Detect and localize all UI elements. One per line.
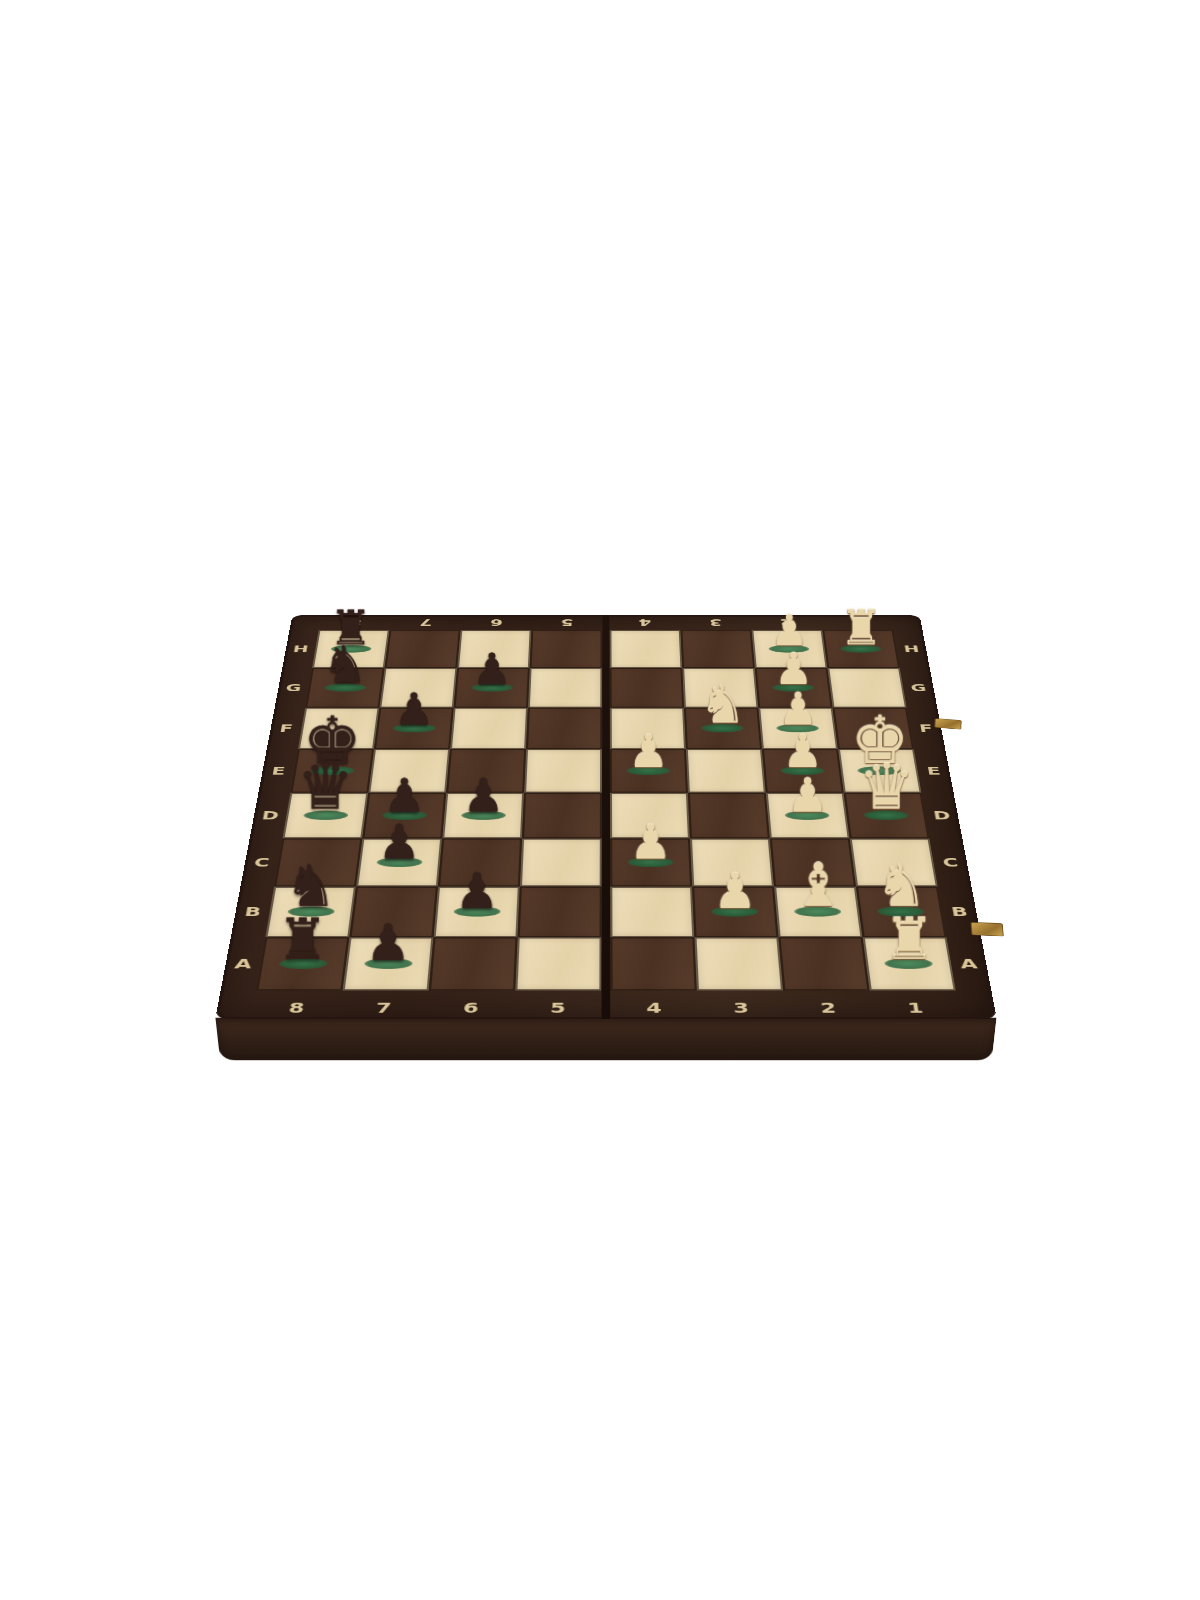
black-knight-glyph: ♞ <box>322 640 368 691</box>
board-square[interactable] <box>524 749 602 793</box>
file-label-right: D <box>925 807 959 825</box>
board-square[interactable] <box>610 668 684 708</box>
file-label-left: F <box>270 720 302 736</box>
rank-label-front: 2 <box>810 997 846 1018</box>
rank-label-back: 4 <box>631 616 658 630</box>
rank-label-back: 2 <box>772 616 801 630</box>
file-label-right: G <box>903 680 934 695</box>
board-square[interactable] <box>827 668 906 708</box>
board-square[interactable] <box>530 630 603 668</box>
board-square[interactable] <box>522 793 602 839</box>
white-pawn-glyph: ♟ <box>787 772 829 819</box>
rank-label-front: 3 <box>724 997 759 1018</box>
board-square[interactable] <box>610 630 683 668</box>
board-front-side <box>215 1018 996 1061</box>
board-square[interactable] <box>429 937 518 990</box>
board-square[interactable] <box>528 668 602 708</box>
brass-latch-icon <box>971 922 1004 937</box>
black-pawn-glyph: ♟ <box>463 772 505 819</box>
rank-label-front: 5 <box>541 997 575 1018</box>
product-photo-stage: AABBCCDDEEFFGGHH8877665544332211 ♜♞♛♚♞♜♟… <box>0 0 1200 1600</box>
rank-label-front: 8 <box>278 997 315 1018</box>
rank-label-front: 7 <box>366 997 402 1018</box>
rank-label-back: 7 <box>411 616 440 630</box>
board-square[interactable] <box>688 793 770 839</box>
black-queen-glyph: ♛ <box>297 756 353 819</box>
board-square[interactable] <box>520 838 602 886</box>
file-label-left: A <box>225 953 262 974</box>
rank-label-front: 6 <box>453 997 488 1018</box>
board-square[interactable] <box>778 937 869 990</box>
black-pawn-glyph: ♟ <box>378 818 421 866</box>
board-square[interactable] <box>681 630 755 668</box>
file-label-left: H <box>285 642 315 657</box>
rank-label-back: 3 <box>702 616 730 630</box>
chess-board: AABBCCDDEEFFGGHH8877665544332211 ♜♞♛♚♞♜♟… <box>215 615 997 1019</box>
file-label-left: G <box>278 680 309 695</box>
white-rook-glyph: ♜ <box>884 911 935 968</box>
board-square[interactable] <box>694 937 783 990</box>
board-square[interactable] <box>610 887 694 938</box>
black-pawn-glyph: ♟ <box>366 917 411 967</box>
board-square[interactable] <box>450 708 528 750</box>
file-label-right: C <box>933 853 967 872</box>
board-square[interactable] <box>518 887 602 938</box>
file-label-right: E <box>917 762 950 779</box>
white-pawn-glyph: ♟ <box>629 818 672 866</box>
black-pawn-glyph: ♟ <box>472 647 511 690</box>
file-label-left: C <box>244 853 278 872</box>
black-pawn-glyph: ♟ <box>394 687 434 731</box>
board-square[interactable] <box>610 937 696 990</box>
white-pawn-glyph: ♟ <box>628 729 669 774</box>
board-perspective-wrapper: AABBCCDDEEFFGGHH8877665544332211 ♜♞♛♚♞♜♟… <box>258 447 954 1143</box>
board-square[interactable] <box>526 708 602 750</box>
board-square[interactable] <box>515 937 601 990</box>
file-label-right: A <box>951 953 988 974</box>
board-square[interactable] <box>385 630 461 668</box>
board-square[interactable] <box>686 749 766 793</box>
black-rook-glyph: ♜ <box>277 911 328 968</box>
file-label-left: E <box>262 762 295 779</box>
file-label-left: D <box>253 807 287 825</box>
rank-label-back: 8 <box>341 616 370 630</box>
rank-label-front: 4 <box>637 997 671 1018</box>
black-pawn-glyph: ♟ <box>455 866 499 915</box>
rank-label-front: 1 <box>897 997 934 1018</box>
file-label-right: H <box>896 642 926 657</box>
rank-label-back: 1 <box>842 616 871 630</box>
white-knight-glyph: ♞ <box>699 679 746 731</box>
file-label-right: B <box>942 902 977 921</box>
file-label-right: F <box>910 720 942 736</box>
rank-label-back: 5 <box>553 616 580 630</box>
white-bishop-glyph: ♝ <box>791 856 845 916</box>
white-pawn-glyph: ♟ <box>713 866 757 915</box>
white-queen-glyph: ♛ <box>858 756 914 819</box>
rank-label-back: 6 <box>482 616 510 630</box>
black-pawn-glyph: ♟ <box>384 772 426 819</box>
file-label-left: B <box>235 902 270 921</box>
